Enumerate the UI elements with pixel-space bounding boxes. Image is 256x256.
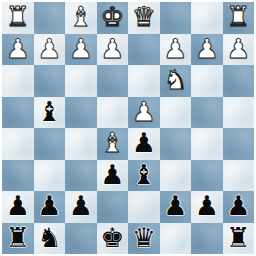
piece-black-pawn[interactable]: ♟ bbox=[100, 160, 124, 190]
square-a5[interactable] bbox=[223, 128, 255, 160]
square-c6[interactable] bbox=[160, 160, 192, 192]
square-c5[interactable] bbox=[160, 128, 192, 160]
piece-white-pawn[interactable]: ♟ bbox=[37, 34, 61, 64]
piece-black-pawn[interactable]: ♟ bbox=[132, 128, 156, 158]
square-g1[interactable] bbox=[34, 2, 66, 34]
piece-white-rook[interactable]: ♜ bbox=[226, 2, 250, 32]
square-f3[interactable] bbox=[65, 65, 97, 97]
piece-white-pawn[interactable]: ♟ bbox=[69, 34, 93, 64]
square-c2[interactable]: ♟ bbox=[160, 34, 192, 66]
square-e2[interactable]: ♟ bbox=[97, 34, 129, 66]
piece-white-bishop[interactable]: ♝ bbox=[69, 2, 93, 32]
square-h7[interactable]: ♟ bbox=[2, 191, 34, 223]
square-g7[interactable]: ♟ bbox=[34, 191, 66, 223]
square-h3[interactable] bbox=[2, 65, 34, 97]
square-a4[interactable] bbox=[223, 97, 255, 129]
piece-black-pawn[interactable]: ♟ bbox=[226, 191, 250, 221]
square-g8[interactable]: ♞ bbox=[34, 223, 66, 255]
square-h6[interactable] bbox=[2, 160, 34, 192]
square-e5[interactable]: ♝ bbox=[97, 128, 129, 160]
piece-white-king[interactable]: ♚ bbox=[100, 2, 124, 32]
board-frame: ♜♝♚♛♜♟♟♟♟♟♟♟♞♝♟♝♟♟♝♟♟♟♟♟♟♜♞♚♛♜ bbox=[0, 0, 256, 256]
square-c8[interactable] bbox=[160, 223, 192, 255]
square-f4[interactable] bbox=[65, 97, 97, 129]
piece-white-pawn[interactable]: ♟ bbox=[100, 34, 124, 64]
piece-black-bishop[interactable]: ♝ bbox=[132, 160, 156, 190]
square-a7[interactable]: ♟ bbox=[223, 191, 255, 223]
square-a3[interactable] bbox=[223, 65, 255, 97]
square-h2[interactable]: ♟ bbox=[2, 34, 34, 66]
square-g5[interactable] bbox=[34, 128, 66, 160]
piece-white-queen[interactable]: ♛ bbox=[132, 2, 156, 32]
square-f6[interactable] bbox=[65, 160, 97, 192]
square-h4[interactable] bbox=[2, 97, 34, 129]
square-d5[interactable]: ♟ bbox=[128, 128, 160, 160]
square-b1[interactable] bbox=[191, 2, 223, 34]
square-f1[interactable]: ♝ bbox=[65, 2, 97, 34]
piece-black-pawn[interactable]: ♟ bbox=[195, 191, 219, 221]
piece-black-rook[interactable]: ♜ bbox=[6, 223, 30, 253]
square-d7[interactable] bbox=[128, 191, 160, 223]
square-f8[interactable] bbox=[65, 223, 97, 255]
square-g6[interactable] bbox=[34, 160, 66, 192]
piece-black-pawn[interactable]: ♟ bbox=[69, 191, 93, 221]
square-e1[interactable]: ♚ bbox=[97, 2, 129, 34]
square-a1[interactable]: ♜ bbox=[223, 2, 255, 34]
square-g4[interactable]: ♝ bbox=[34, 97, 66, 129]
piece-white-knight[interactable]: ♞ bbox=[163, 65, 187, 95]
square-h1[interactable]: ♜ bbox=[2, 2, 34, 34]
square-h8[interactable]: ♜ bbox=[2, 223, 34, 255]
square-h5[interactable] bbox=[2, 128, 34, 160]
square-f2[interactable]: ♟ bbox=[65, 34, 97, 66]
piece-white-pawn[interactable]: ♟ bbox=[195, 34, 219, 64]
square-d2[interactable] bbox=[128, 34, 160, 66]
square-d3[interactable] bbox=[128, 65, 160, 97]
piece-black-pawn[interactable]: ♟ bbox=[6, 191, 30, 221]
square-d8[interactable]: ♛ bbox=[128, 223, 160, 255]
chess-board: ♜♝♚♛♜♟♟♟♟♟♟♟♞♝♟♝♟♟♝♟♟♟♟♟♟♜♞♚♛♜ bbox=[2, 2, 254, 254]
square-f5[interactable] bbox=[65, 128, 97, 160]
square-f7[interactable]: ♟ bbox=[65, 191, 97, 223]
square-e6[interactable]: ♟ bbox=[97, 160, 129, 192]
piece-black-knight[interactable]: ♞ bbox=[37, 223, 61, 253]
piece-white-bishop[interactable]: ♝ bbox=[100, 128, 124, 158]
square-e8[interactable]: ♚ bbox=[97, 223, 129, 255]
piece-white-pawn[interactable]: ♟ bbox=[163, 34, 187, 64]
square-d4[interactable]: ♟ bbox=[128, 97, 160, 129]
square-e4[interactable] bbox=[97, 97, 129, 129]
square-a6[interactable] bbox=[223, 160, 255, 192]
piece-white-rook[interactable]: ♜ bbox=[6, 2, 30, 32]
square-g3[interactable] bbox=[34, 65, 66, 97]
square-e3[interactable] bbox=[97, 65, 129, 97]
piece-black-pawn[interactable]: ♟ bbox=[37, 191, 61, 221]
square-b8[interactable] bbox=[191, 223, 223, 255]
square-c4[interactable] bbox=[160, 97, 192, 129]
square-b4[interactable] bbox=[191, 97, 223, 129]
piece-white-pawn[interactable]: ♟ bbox=[132, 97, 156, 127]
square-g2[interactable]: ♟ bbox=[34, 34, 66, 66]
piece-white-pawn[interactable]: ♟ bbox=[6, 34, 30, 64]
piece-black-queen[interactable]: ♛ bbox=[132, 223, 156, 253]
square-b6[interactable] bbox=[191, 160, 223, 192]
square-b7[interactable]: ♟ bbox=[191, 191, 223, 223]
piece-black-rook[interactable]: ♜ bbox=[226, 223, 250, 253]
piece-black-king[interactable]: ♚ bbox=[100, 223, 124, 253]
square-d1[interactable]: ♛ bbox=[128, 2, 160, 34]
square-b5[interactable] bbox=[191, 128, 223, 160]
piece-white-pawn[interactable]: ♟ bbox=[226, 34, 250, 64]
square-a8[interactable]: ♜ bbox=[223, 223, 255, 255]
square-e7[interactable] bbox=[97, 191, 129, 223]
square-b2[interactable]: ♟ bbox=[191, 34, 223, 66]
square-c3[interactable]: ♞ bbox=[160, 65, 192, 97]
piece-black-bishop[interactable]: ♝ bbox=[37, 97, 61, 127]
square-c7[interactable]: ♟ bbox=[160, 191, 192, 223]
piece-black-pawn[interactable]: ♟ bbox=[163, 191, 187, 221]
square-a2[interactable]: ♟ bbox=[223, 34, 255, 66]
square-d6[interactable]: ♝ bbox=[128, 160, 160, 192]
square-b3[interactable] bbox=[191, 65, 223, 97]
square-c1[interactable] bbox=[160, 2, 192, 34]
